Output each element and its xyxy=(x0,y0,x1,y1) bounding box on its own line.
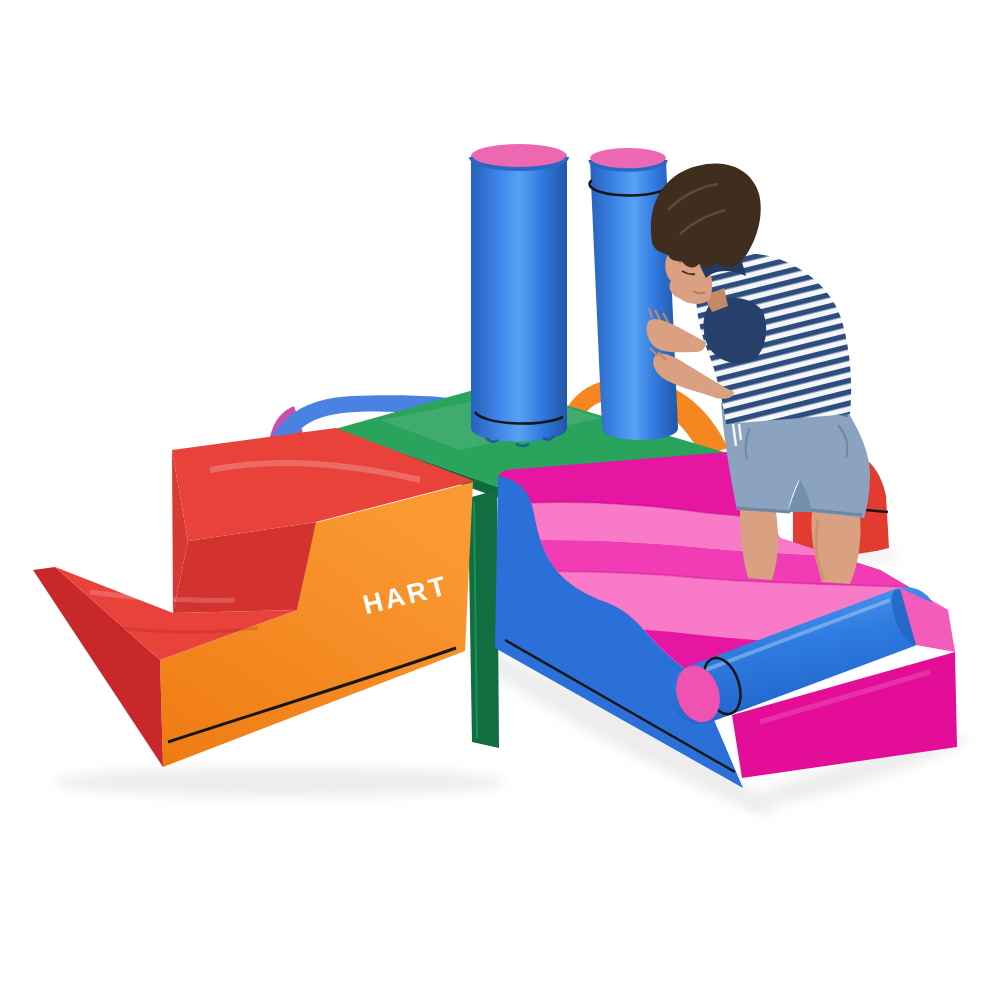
standing-cylinder-left xyxy=(471,144,567,446)
cylinder-right-top xyxy=(590,148,666,168)
soft-play-scene: HART xyxy=(0,0,1000,1000)
two-step-block: HART xyxy=(33,428,474,767)
shadow-step-block xyxy=(55,767,505,797)
product-photo: HART xyxy=(0,0,1000,1000)
child-upper-arm-hand xyxy=(646,319,706,352)
cylinder-left-body xyxy=(471,157,567,442)
platform-side-post xyxy=(468,490,499,748)
